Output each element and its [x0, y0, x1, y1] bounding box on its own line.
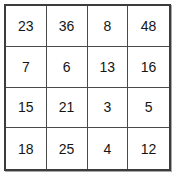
- grid-cell-r1c3: 8: [88, 6, 129, 47]
- grid-cell-r1c1: 23: [6, 6, 47, 47]
- grid-cell-r2c3: 13: [88, 47, 129, 88]
- grid-cell-r4c2: 25: [47, 128, 88, 169]
- grid-cell-r2c4: 16: [128, 47, 169, 88]
- grid-cell-r2c2: 6: [47, 47, 88, 88]
- grid-cell-r4c4: 12: [128, 128, 169, 169]
- grid-cell-r4c1: 18: [6, 128, 47, 169]
- grid-cell-r1c2: 36: [47, 6, 88, 47]
- number-grid-board: 23 36 8 48 7 6 13 16 15 21 3 5 18 25 4 1…: [4, 4, 171, 171]
- grid-cell-r3c2: 21: [47, 88, 88, 129]
- grid-cell-r4c3: 4: [88, 128, 129, 169]
- grid-cell-r3c4: 5: [128, 88, 169, 129]
- grid-cell-r3c1: 15: [6, 88, 47, 129]
- grid-cell-r3c3: 3: [88, 88, 129, 129]
- grid-cell-r2c1: 7: [6, 47, 47, 88]
- grid-cell-r1c4: 48: [128, 6, 169, 47]
